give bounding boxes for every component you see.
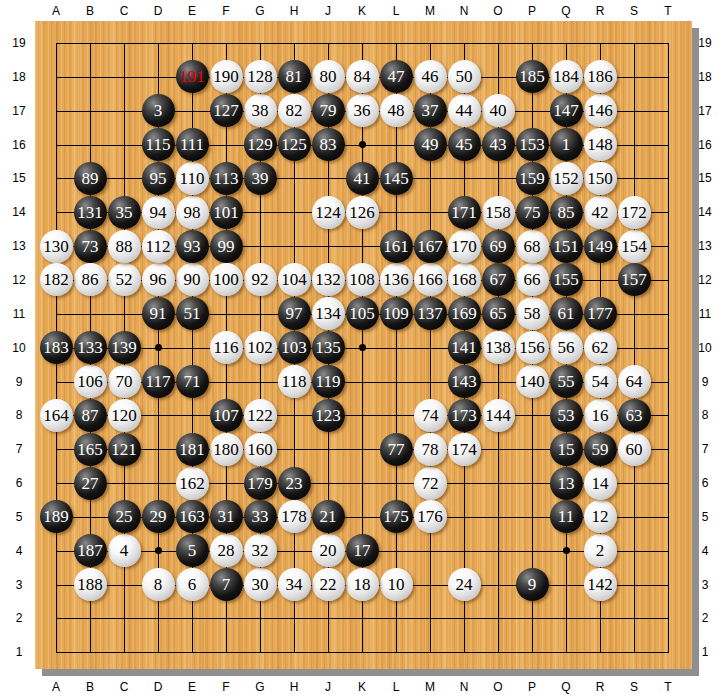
stone-white-166[interactable]: 166: [414, 263, 447, 296]
stone-black-173[interactable]: 173: [448, 399, 481, 432]
stone-white-184[interactable]: 184: [550, 60, 583, 93]
stone-white-106[interactable]: 106: [74, 365, 107, 398]
stone-white-24[interactable]: 24: [448, 568, 481, 601]
stone-white-140[interactable]: 140: [516, 365, 549, 398]
stone-black-145[interactable]: 145: [380, 162, 413, 195]
move-number: 39: [244, 162, 277, 195]
move-number: 167: [414, 230, 447, 263]
stone-black-89[interactable]: 89: [74, 162, 107, 195]
stone-white-170[interactable]: 170: [448, 230, 481, 263]
stone-white-150[interactable]: 150: [584, 162, 617, 195]
stone-black-107[interactable]: 107: [210, 399, 243, 432]
col-label-top-A: A: [52, 4, 60, 18]
stone-black-33[interactable]: 33: [244, 500, 277, 533]
stone-black-111[interactable]: 111: [176, 128, 209, 161]
stone-white-86[interactable]: 86: [74, 263, 107, 296]
move-number: 148: [584, 128, 617, 161]
stone-black-125[interactable]: 125: [278, 128, 311, 161]
stone-white-62[interactable]: 62: [584, 331, 617, 364]
move-number: 38: [244, 94, 277, 127]
stone-black-133[interactable]: 133: [74, 331, 107, 364]
stone-white-64[interactable]: 64: [618, 365, 651, 398]
move-number: 14: [584, 467, 617, 500]
stone-white-130[interactable]: 130: [40, 230, 73, 263]
move-number: 66: [516, 263, 549, 296]
row-label-left-7: 7: [16, 442, 23, 456]
row-label-right-3: 3: [702, 578, 709, 592]
stone-white-94[interactable]: 94: [142, 196, 175, 229]
stone-black-87[interactable]: 87: [74, 399, 107, 432]
stone-white-144[interactable]: 144: [482, 399, 515, 432]
move-number: 50: [448, 60, 481, 93]
move-number: 22: [312, 568, 345, 601]
stone-white-82[interactable]: 82: [278, 94, 311, 127]
stone-white-40[interactable]: 40: [482, 94, 515, 127]
stone-black-77[interactable]: 77: [380, 433, 413, 466]
stone-black-25[interactable]: 25: [108, 500, 141, 533]
stone-white-66[interactable]: 66: [516, 263, 549, 296]
stone-black-5[interactable]: 5: [176, 534, 209, 567]
stone-white-128[interactable]: 128: [244, 60, 277, 93]
grid-line-vertical: [668, 43, 669, 653]
stone-black-31[interactable]: 31: [210, 500, 243, 533]
stone-white-50[interactable]: 50: [448, 60, 481, 93]
move-number: 158: [482, 196, 515, 229]
stone-black-11[interactable]: 11: [550, 500, 583, 533]
stone-white-74[interactable]: 74: [414, 399, 447, 432]
stone-white-12[interactable]: 12: [584, 500, 617, 533]
stone-black-9[interactable]: 9: [516, 568, 549, 601]
move-number: 2: [584, 534, 617, 567]
stone-black-127[interactable]: 127: [210, 94, 243, 127]
stone-black-185[interactable]: 185: [516, 60, 549, 93]
grid-line-vertical: [634, 43, 635, 653]
stone-white-20[interactable]: 20: [312, 534, 345, 567]
stone-white-54[interactable]: 54: [584, 365, 617, 398]
stone-black-53[interactable]: 53: [550, 399, 583, 432]
stone-black-147[interactable]: 147: [550, 94, 583, 127]
stone-black-115[interactable]: 115: [142, 128, 175, 161]
move-number: 144: [482, 399, 515, 432]
stone-black-37[interactable]: 37: [414, 94, 447, 127]
stone-black-23[interactable]: 23: [278, 467, 311, 500]
move-number: 104: [278, 263, 311, 296]
stone-white-104[interactable]: 104: [278, 263, 311, 296]
col-label-top-B: B: [86, 4, 94, 18]
col-label-bottom-S: S: [630, 680, 638, 694]
stone-black-101[interactable]: 101: [210, 196, 243, 229]
stone-white-30[interactable]: 30: [244, 568, 277, 601]
stone-white-146[interactable]: 146: [584, 94, 617, 127]
go-board[interactable]: 1234567891011121314151617182021222324252…: [35, 21, 692, 669]
row-label-left-9: 9: [16, 375, 23, 389]
stone-white-68[interactable]: 68: [516, 230, 549, 263]
stone-black-71[interactable]: 71: [176, 365, 209, 398]
stone-black-63[interactable]: 63: [618, 399, 651, 432]
move-number: 54: [584, 365, 617, 398]
stone-black-29[interactable]: 29: [142, 500, 175, 533]
move-number: 64: [618, 365, 651, 398]
col-label-top-S: S: [630, 4, 638, 18]
row-label-right-2: 2: [702, 611, 709, 625]
stone-white-96[interactable]: 96: [142, 263, 175, 296]
stone-white-116[interactable]: 116: [210, 331, 243, 364]
stone-black-187[interactable]: 187: [74, 534, 107, 567]
stone-black-167[interactable]: 167: [414, 230, 447, 263]
star-point: [155, 344, 162, 351]
stone-white-46[interactable]: 46: [414, 60, 447, 93]
stone-black-109[interactable]: 109: [380, 297, 413, 330]
stone-white-72[interactable]: 72: [414, 467, 447, 500]
stone-white-126[interactable]: 126: [346, 196, 379, 229]
stone-white-38[interactable]: 38: [244, 94, 277, 127]
stone-white-78[interactable]: 78: [414, 433, 447, 466]
row-label-left-15: 15: [12, 171, 25, 185]
stone-black-61[interactable]: 61: [550, 297, 583, 330]
star-point: [359, 344, 366, 351]
move-number: 184: [550, 60, 583, 93]
stone-black-135[interactable]: 135: [312, 331, 345, 364]
stone-black-183[interactable]: 183: [40, 331, 73, 364]
move-number: 188: [74, 568, 107, 601]
row-label-left-10: 10: [12, 341, 25, 355]
move-number: 35: [108, 196, 141, 229]
move-number: 49: [414, 128, 447, 161]
stone-black-75[interactable]: 75: [516, 196, 549, 229]
move-number: 9: [516, 568, 549, 601]
stone-black-59[interactable]: 59: [584, 433, 617, 466]
stone-black-17[interactable]: 17: [346, 534, 379, 567]
stone-black-73[interactable]: 73: [74, 230, 107, 263]
stone-white-164[interactable]: 164: [40, 399, 73, 432]
stone-white-162[interactable]: 162: [176, 467, 209, 500]
stone-white-148[interactable]: 148: [584, 128, 617, 161]
stone-white-156[interactable]: 156: [516, 331, 549, 364]
stone-black-139[interactable]: 139: [108, 331, 141, 364]
row-label-right-11: 11: [699, 307, 711, 321]
move-number: 162: [176, 467, 209, 500]
stone-white-44[interactable]: 44: [448, 94, 481, 127]
row-label-left-19: 19: [12, 36, 25, 50]
stone-white-174[interactable]: 174: [448, 433, 481, 466]
row-label-left-1: 1: [16, 645, 23, 659]
move-number: 119: [312, 365, 345, 398]
move-number: 80: [312, 60, 345, 93]
stone-white-32[interactable]: 32: [244, 534, 277, 567]
stone-black-39[interactable]: 39: [244, 162, 277, 195]
move-number: 165: [74, 433, 107, 466]
stone-white-124[interactable]: 124: [312, 196, 345, 229]
stone-white-172[interactable]: 172: [618, 196, 651, 229]
stone-white-22[interactable]: 22: [312, 568, 345, 601]
move-number: 62: [584, 331, 617, 364]
row-label-left-17: 17: [12, 104, 25, 118]
move-number: 110: [176, 162, 209, 195]
stone-white-102[interactable]: 102: [244, 331, 277, 364]
move-number: 113: [210, 162, 243, 195]
stone-black-67[interactable]: 67: [482, 263, 515, 296]
stone-black-49[interactable]: 49: [414, 128, 447, 161]
stone-black-123[interactable]: 123: [312, 399, 345, 432]
stone-white-182[interactable]: 182: [40, 263, 73, 296]
stone-black-3[interactable]: 3: [142, 94, 175, 127]
stone-black-171[interactable]: 171: [448, 196, 481, 229]
move-number: 89: [74, 162, 107, 195]
move-number: 34: [278, 568, 311, 601]
stone-black-163[interactable]: 163: [176, 500, 209, 533]
move-number: 145: [380, 162, 413, 195]
col-label-bottom-N: N: [460, 680, 469, 694]
move-number: 28: [210, 534, 243, 567]
row-label-right-7: 7: [702, 442, 709, 456]
stone-black-99[interactable]: 99: [210, 230, 243, 263]
move-number: 17: [346, 534, 379, 567]
stone-black-165[interactable]: 165: [74, 433, 107, 466]
stone-white-48[interactable]: 48: [380, 94, 413, 127]
stone-black-117[interactable]: 117: [142, 365, 175, 398]
stone-white-132[interactable]: 132: [312, 263, 345, 296]
move-number: 111: [176, 128, 209, 161]
stone-white-152[interactable]: 152: [550, 162, 583, 195]
stone-white-14[interactable]: 14: [584, 467, 617, 500]
stone-black-45[interactable]: 45: [448, 128, 481, 161]
stone-black-13[interactable]: 13: [550, 467, 583, 500]
move-number: 75: [516, 196, 549, 229]
move-number: 134: [312, 297, 345, 330]
stone-white-110[interactable]: 110: [176, 162, 209, 195]
col-label-bottom-F: F: [222, 680, 229, 694]
stone-black-1[interactable]: 1: [550, 128, 583, 161]
stone-white-88[interactable]: 88: [108, 230, 141, 263]
move-number: 126: [346, 196, 379, 229]
stone-white-10[interactable]: 10: [380, 568, 413, 601]
stone-white-36[interactable]: 36: [346, 94, 379, 127]
stone-black-41[interactable]: 41: [346, 162, 379, 195]
stone-black-95[interactable]: 95: [142, 162, 175, 195]
col-label-bottom-B: B: [86, 680, 94, 694]
move-number: 53: [550, 399, 583, 432]
move-number: 187: [74, 534, 107, 567]
stone-black-121[interactable]: 121: [108, 433, 141, 466]
stone-white-186[interactable]: 186: [584, 60, 617, 93]
move-number: 29: [142, 500, 175, 533]
stone-white-112[interactable]: 112: [142, 230, 175, 263]
stone-black-129[interactable]: 129: [244, 128, 277, 161]
stone-white-58[interactable]: 58: [516, 297, 549, 330]
stone-white-176[interactable]: 176: [414, 500, 447, 533]
stone-white-92[interactable]: 92: [244, 263, 277, 296]
stone-black-91[interactable]: 91: [142, 297, 175, 330]
move-number: 155: [550, 263, 583, 296]
col-label-top-R: R: [596, 4, 605, 18]
stone-black-137[interactable]: 137: [414, 297, 447, 330]
col-label-bottom-K: K: [358, 680, 366, 694]
move-number: 46: [414, 60, 447, 93]
stone-black-7[interactable]: 7: [210, 568, 243, 601]
move-number: 69: [482, 230, 515, 263]
move-number: 169: [448, 297, 481, 330]
stone-white-138[interactable]: 138: [482, 331, 515, 364]
stone-black-181[interactable]: 181: [176, 433, 209, 466]
move-number: 32: [244, 534, 277, 567]
row-label-left-14: 14: [12, 205, 25, 219]
stone-black-51[interactable]: 51: [176, 297, 209, 330]
row-label-right-6: 6: [702, 476, 709, 490]
stone-black-69[interactable]: 69: [482, 230, 515, 263]
move-number: 176: [414, 500, 447, 533]
stone-black-177[interactable]: 177: [584, 297, 617, 330]
stone-white-16[interactable]: 16: [584, 399, 617, 432]
row-label-right-9: 9: [702, 375, 709, 389]
stone-white-60[interactable]: 60: [618, 433, 651, 466]
stone-black-141[interactable]: 141: [448, 331, 481, 364]
stone-black-79[interactable]: 79: [312, 94, 345, 127]
move-number: 173: [448, 399, 481, 432]
stone-black-179[interactable]: 179: [244, 467, 277, 500]
stone-white-56[interactable]: 56: [550, 331, 583, 364]
move-number: 151: [550, 230, 583, 263]
move-number: 23: [278, 467, 311, 500]
stone-black-191[interactable]: 191: [176, 60, 209, 93]
col-label-bottom-P: P: [528, 680, 536, 694]
stone-black-131[interactable]: 131: [74, 196, 107, 229]
stone-white-98[interactable]: 98: [176, 196, 209, 229]
stone-black-175[interactable]: 175: [380, 500, 413, 533]
stone-white-118[interactable]: 118: [278, 365, 311, 398]
stone-black-161[interactable]: 161: [380, 230, 413, 263]
stone-white-8[interactable]: 8: [142, 568, 175, 601]
stone-black-85[interactable]: 85: [550, 196, 583, 229]
move-number: 102: [244, 331, 277, 364]
stone-white-134[interactable]: 134: [312, 297, 345, 330]
stone-black-93[interactable]: 93: [176, 230, 209, 263]
move-number: 130: [40, 230, 73, 263]
stone-black-65[interactable]: 65: [482, 297, 515, 330]
move-number: 97: [278, 297, 311, 330]
stone-black-155[interactable]: 155: [550, 263, 583, 296]
stone-white-158[interactable]: 158: [482, 196, 515, 229]
row-label-right-12: 12: [698, 273, 711, 287]
stone-black-103[interactable]: 103: [278, 331, 311, 364]
stone-black-149[interactable]: 149: [584, 230, 617, 263]
col-label-top-M: M: [425, 4, 435, 18]
stone-white-136[interactable]: 136: [380, 263, 413, 296]
stone-black-169[interactable]: 169: [448, 297, 481, 330]
star-point: [155, 547, 162, 554]
row-label-right-4: 4: [702, 544, 709, 558]
stone-white-2[interactable]: 2: [584, 534, 617, 567]
stone-white-52[interactable]: 52: [108, 263, 141, 296]
stone-black-27[interactable]: 27: [74, 467, 107, 500]
move-number: 10: [380, 568, 413, 601]
stone-white-154[interactable]: 154: [618, 230, 651, 263]
stone-black-47[interactable]: 47: [380, 60, 413, 93]
move-number: 135: [312, 331, 345, 364]
col-label-bottom-C: C: [120, 680, 129, 694]
move-number: 136: [380, 263, 413, 296]
move-number: 177: [584, 297, 617, 330]
move-number: 84: [346, 60, 379, 93]
stone-white-180[interactable]: 180: [210, 433, 243, 466]
stone-white-160[interactable]: 160: [244, 433, 277, 466]
row-label-right-5: 5: [702, 510, 709, 524]
stone-black-189[interactable]: 189: [40, 500, 73, 533]
stone-black-105[interactable]: 105: [346, 297, 379, 330]
stone-white-122[interactable]: 122: [244, 399, 277, 432]
stone-white-108[interactable]: 108: [346, 263, 379, 296]
stone-black-151[interactable]: 151: [550, 230, 583, 263]
row-label-left-6: 6: [16, 476, 23, 490]
stone-black-43[interactable]: 43: [482, 128, 515, 161]
stone-white-178[interactable]: 178: [278, 500, 311, 533]
stone-white-34[interactable]: 34: [278, 568, 311, 601]
col-label-bottom-D: D: [154, 680, 163, 694]
move-number: 73: [74, 230, 107, 263]
col-label-top-L: L: [393, 4, 400, 18]
row-label-left-4: 4: [16, 544, 23, 558]
move-number: 88: [108, 230, 141, 263]
stone-black-159[interactable]: 159: [516, 162, 549, 195]
move-number: 164: [40, 399, 73, 432]
stone-white-168[interactable]: 168: [448, 263, 481, 296]
stone-black-153[interactable]: 153: [516, 128, 549, 161]
move-number: 179: [244, 467, 277, 500]
row-label-right-16: 16: [698, 138, 711, 152]
move-number: 40: [482, 94, 515, 127]
stone-white-42[interactable]: 42: [584, 196, 617, 229]
stone-black-113[interactable]: 113: [210, 162, 243, 195]
stone-white-4[interactable]: 4: [108, 534, 141, 567]
move-number: 77: [380, 433, 413, 466]
stone-white-84[interactable]: 84: [346, 60, 379, 93]
col-label-top-C: C: [120, 4, 129, 18]
stone-white-188[interactable]: 188: [74, 568, 107, 601]
move-number: 51: [176, 297, 209, 330]
stone-black-97[interactable]: 97: [278, 297, 311, 330]
stone-white-142[interactable]: 142: [584, 568, 617, 601]
stone-white-100[interactable]: 100: [210, 263, 243, 296]
stone-black-55[interactable]: 55: [550, 365, 583, 398]
move-number: 33: [244, 500, 277, 533]
move-number: 78: [414, 433, 447, 466]
move-number: 124: [312, 196, 345, 229]
stone-black-21[interactable]: 21: [312, 500, 345, 533]
stone-white-6[interactable]: 6: [176, 568, 209, 601]
move-number: 147: [550, 94, 583, 127]
stone-white-190[interactable]: 190: [210, 60, 243, 93]
stone-black-15[interactable]: 15: [550, 433, 583, 466]
stone-black-119[interactable]: 119: [312, 365, 345, 398]
stone-white-120[interactable]: 120: [108, 399, 141, 432]
stone-black-157[interactable]: 157: [618, 263, 651, 296]
stone-black-143[interactable]: 143: [448, 365, 481, 398]
move-number: 47: [380, 60, 413, 93]
move-number: 143: [448, 365, 481, 398]
stone-black-35[interactable]: 35: [108, 196, 141, 229]
move-number: 18: [346, 568, 379, 601]
stone-white-90[interactable]: 90: [176, 263, 209, 296]
stone-white-18[interactable]: 18: [346, 568, 379, 601]
stone-black-81[interactable]: 81: [278, 60, 311, 93]
row-label-right-14: 14: [698, 205, 711, 219]
move-number: 98: [176, 196, 209, 229]
stone-white-28[interactable]: 28: [210, 534, 243, 567]
move-number: 52: [108, 263, 141, 296]
stone-white-80[interactable]: 80: [312, 60, 345, 93]
move-number: 168: [448, 263, 481, 296]
stone-white-70[interactable]: 70: [108, 365, 141, 398]
stone-black-83[interactable]: 83: [312, 128, 345, 161]
